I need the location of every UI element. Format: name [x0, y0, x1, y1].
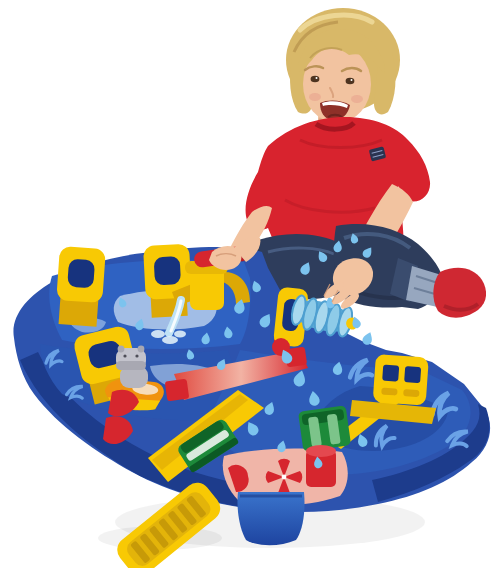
hippo-figure [116, 346, 148, 388]
scene-illustration [0, 0, 500, 568]
basin-foot [237, 492, 304, 545]
cargo-container [298, 405, 351, 451]
photo-canvas [0, 0, 500, 568]
